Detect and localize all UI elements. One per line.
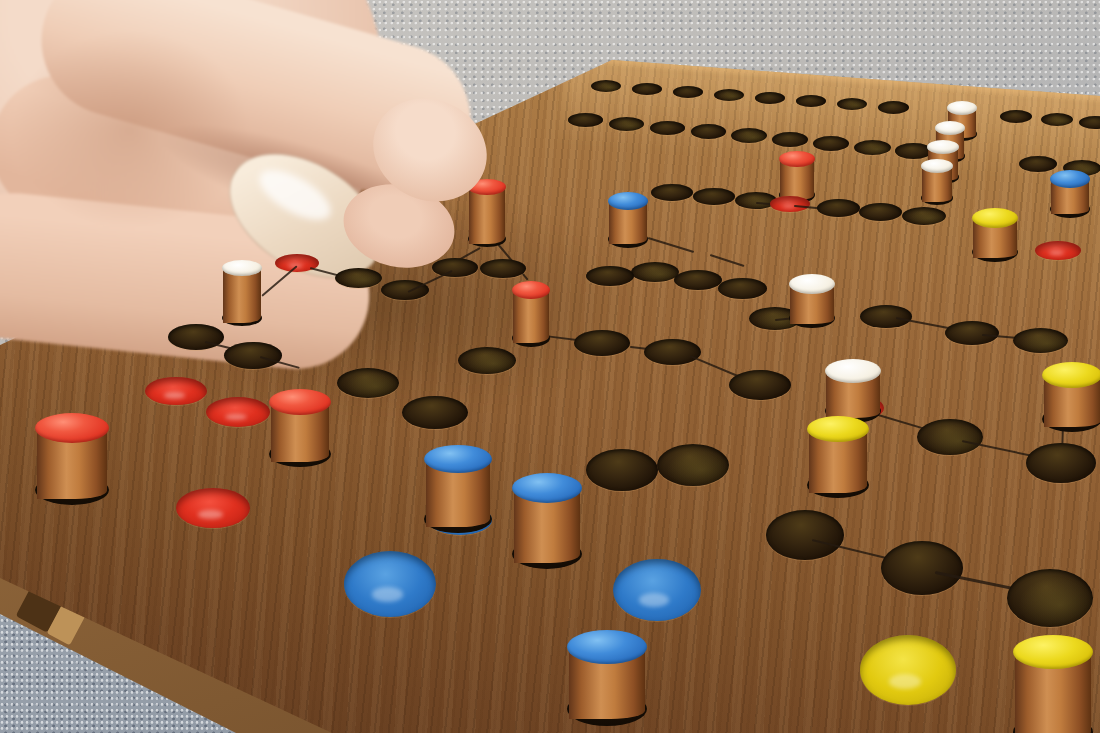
- board-hole[interactable]: [224, 342, 282, 369]
- peg-cap-white: [947, 101, 977, 115]
- red-painted-hole[interactable]: [176, 488, 250, 528]
- peg-cap-white: [222, 260, 262, 276]
- peg-cap-red: [512, 281, 550, 299]
- board-hole[interactable]: [766, 510, 844, 560]
- peg-cap-yellow: [807, 416, 869, 442]
- white-barricade-peg[interactable]: [921, 159, 953, 211]
- red-peg[interactable]: [512, 281, 550, 353]
- board-hole[interactable]: [813, 136, 849, 151]
- board-hole[interactable]: [902, 207, 946, 225]
- yellow-peg[interactable]: [1042, 362, 1100, 438]
- peg-cap-yellow: [972, 208, 1018, 228]
- board-hole[interactable]: [480, 259, 526, 278]
- board-hole[interactable]: [651, 184, 693, 201]
- yellow-peg[interactable]: [807, 416, 869, 504]
- board-hole[interactable]: [574, 330, 630, 356]
- blue-peg[interactable]: [424, 445, 492, 539]
- board-hole[interactable]: [878, 101, 909, 114]
- board-hole[interactable]: [714, 89, 744, 101]
- peg-cap-white: [935, 121, 965, 135]
- board-hole[interactable]: [729, 370, 791, 400]
- peg-body: [223, 268, 261, 323]
- red-peg[interactable]: [35, 413, 109, 511]
- red-painted-hole[interactable]: [145, 377, 207, 405]
- peg-cap-blue: [608, 192, 648, 210]
- paint-glint: [164, 392, 185, 398]
- peg-cap-blue: [567, 630, 647, 664]
- board-hole[interactable]: [586, 266, 634, 286]
- blue-peg[interactable]: [1050, 170, 1090, 224]
- yellow-painted-hole[interactable]: [860, 635, 956, 705]
- blue-painted-hole[interactable]: [613, 559, 701, 621]
- peg-cap-white: [927, 140, 959, 154]
- yellow-peg[interactable]: [972, 208, 1018, 268]
- peg-cap-white: [921, 159, 953, 173]
- board-hole[interactable]: [674, 270, 722, 290]
- board-hole[interactable]: [673, 86, 703, 98]
- board-hole[interactable]: [1013, 328, 1068, 353]
- paint-glint: [889, 674, 922, 689]
- board-hole[interactable]: [591, 80, 621, 92]
- board-hole[interactable]: [631, 262, 679, 282]
- board-hole[interactable]: [609, 117, 644, 131]
- blue-peg[interactable]: [567, 630, 647, 732]
- paint-glint: [1049, 251, 1065, 255]
- peg-cap-red: [35, 413, 109, 443]
- board-hole[interactable]: [1079, 116, 1100, 129]
- board-hole[interactable]: [568, 113, 603, 127]
- board-hole[interactable]: [1000, 110, 1032, 123]
- board-hole[interactable]: [458, 347, 516, 374]
- board-hole[interactable]: [337, 368, 399, 398]
- board-hole[interactable]: [168, 324, 224, 350]
- blue-peg[interactable]: [512, 473, 582, 575]
- board-hole[interactable]: [432, 258, 478, 277]
- board-hole[interactable]: [644, 339, 701, 365]
- blue-painted-hole[interactable]: [344, 551, 436, 617]
- board-hole[interactable]: [817, 199, 860, 217]
- peg-cap-red: [269, 389, 331, 415]
- board-hole[interactable]: [1007, 569, 1093, 627]
- peg-cap-blue: [512, 473, 582, 503]
- red-peg[interactable]: [269, 389, 331, 473]
- paint-glint: [639, 593, 669, 607]
- board-hole[interactable]: [859, 203, 902, 221]
- board-hole[interactable]: [632, 83, 662, 95]
- paint-glint: [372, 587, 403, 602]
- board-hole[interactable]: [402, 396, 468, 429]
- white-barricade-peg[interactable]: [789, 274, 835, 334]
- red-painted-hole[interactable]: [1035, 241, 1081, 260]
- board-hole[interactable]: [657, 444, 729, 486]
- yellow-peg[interactable]: [1013, 635, 1093, 733]
- board-hole[interactable]: [691, 124, 726, 139]
- board-hole[interactable]: [854, 140, 891, 155]
- peg-cap-red: [779, 151, 815, 167]
- board-hole[interactable]: [693, 188, 735, 205]
- board-hole[interactable]: [772, 132, 808, 147]
- paint-glint: [225, 414, 247, 421]
- peg-cap-blue: [1050, 170, 1090, 188]
- paint-glint: [198, 510, 223, 519]
- blue-peg[interactable]: [608, 192, 648, 254]
- red-painted-hole[interactable]: [206, 397, 270, 427]
- peg-cap-white: [789, 274, 835, 294]
- red-painted-hole[interactable]: [770, 196, 810, 212]
- peg-cap-blue: [424, 445, 492, 473]
- board-hole[interactable]: [731, 128, 767, 143]
- peg-body: [469, 187, 505, 244]
- red-peg-held[interactable]: [468, 179, 506, 253]
- board-hole[interactable]: [1026, 443, 1096, 483]
- board-hole[interactable]: [837, 98, 867, 110]
- board-hole[interactable]: [335, 268, 382, 288]
- board-line: [710, 254, 745, 267]
- board-hole[interactable]: [945, 321, 999, 345]
- peg-cap-yellow: [1013, 635, 1093, 669]
- board-hole[interactable]: [881, 541, 963, 595]
- white-barricade-peg[interactable]: [222, 260, 262, 332]
- board-hole[interactable]: [650, 121, 685, 135]
- board-hole[interactable]: [755, 92, 785, 104]
- peg-cap-white: [825, 359, 881, 383]
- board-line: [648, 237, 695, 253]
- peg-cap-yellow: [1042, 362, 1100, 388]
- board-hole[interactable]: [1041, 113, 1073, 126]
- board-hole[interactable]: [917, 419, 983, 455]
- scene: [0, 0, 1100, 733]
- board-hole[interactable]: [718, 278, 767, 299]
- board-hole[interactable]: [860, 305, 912, 328]
- board-hole[interactable]: [796, 95, 826, 107]
- board-hole[interactable]: [586, 449, 658, 491]
- board-hole[interactable]: [895, 143, 932, 159]
